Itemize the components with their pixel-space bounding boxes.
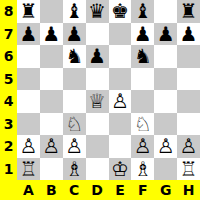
square-b2[interactable]: ♙ [40,135,63,158]
square-b8[interactable] [40,0,63,23]
rank-label-2: 2 [0,135,17,158]
square-a6[interactable] [17,45,40,68]
square-c7[interactable]: ♟ [63,23,86,46]
white-pawn-a2: ♙ [19,136,37,156]
white-bishop-c1: ♗ [65,159,83,179]
square-b6[interactable] [40,45,63,68]
square-h2[interactable]: ♙ [177,135,200,158]
black-pawn-d6: ♟ [88,46,106,66]
black-pawn-a7: ♟ [19,24,37,44]
square-d2[interactable] [86,135,109,158]
square-e5[interactable] [109,68,132,91]
square-d6[interactable]: ♟ [86,45,109,68]
black-queen-d8: ♛ [88,1,106,21]
square-f2[interactable]: ♙ [131,135,154,158]
black-knight-f6: ♞ [134,46,152,66]
chess-board: ♜♝♛♚♝♜♟♟♟♟♟♟♞♟♞♕♙♘♘♙♙♙♙♙♙♖♗♔♗♖ [17,0,200,180]
square-b7[interactable]: ♟ [40,23,63,46]
square-d3[interactable] [86,113,109,136]
square-a3[interactable] [17,113,40,136]
black-knight-c6: ♞ [65,46,83,66]
rank-label-5: 5 [0,68,17,91]
black-king-e8: ♚ [111,1,129,21]
square-c5[interactable] [63,68,86,91]
file-label-H: H [177,180,200,200]
square-a2[interactable]: ♙ [17,135,40,158]
black-pawn-f7: ♟ [134,24,152,44]
file-label-E: E [109,180,132,200]
file-label-G: G [154,180,177,200]
file-label-F: F [131,180,154,200]
white-pawn-g2: ♙ [157,136,175,156]
square-e1[interactable]: ♔ [109,158,132,181]
rank-label-4: 4 [0,90,17,113]
square-a1[interactable]: ♖ [17,158,40,181]
square-g8[interactable] [154,0,177,23]
square-b4[interactable] [40,90,63,113]
white-knight-f3: ♘ [134,114,152,134]
square-c3[interactable]: ♘ [63,113,86,136]
white-rook-a1: ♖ [19,159,37,179]
white-king-e1: ♔ [111,159,129,179]
black-pawn-g7: ♟ [157,24,175,44]
square-g2[interactable]: ♙ [154,135,177,158]
black-rook-a8: ♜ [19,1,37,21]
square-h5[interactable] [177,68,200,91]
black-pawn-h7: ♟ [180,24,198,44]
square-f3[interactable]: ♘ [131,113,154,136]
rank-label-8: 8 [0,0,17,23]
square-c1[interactable]: ♗ [63,158,86,181]
white-pawn-c2: ♙ [65,136,83,156]
square-g6[interactable] [154,45,177,68]
white-queen-d4: ♕ [88,91,106,111]
square-a5[interactable] [17,68,40,91]
file-label-C: C [63,180,86,200]
square-d1[interactable] [86,158,109,181]
rank-label-6: 6 [0,45,17,68]
square-h7[interactable]: ♟ [177,23,200,46]
rank-labels: 87654321 [0,0,17,180]
white-rook-h1: ♖ [180,159,198,179]
square-f8[interactable]: ♝ [131,0,154,23]
square-d7[interactable] [86,23,109,46]
square-g5[interactable] [154,68,177,91]
square-f6[interactable]: ♞ [131,45,154,68]
square-h3[interactable] [177,113,200,136]
file-label-B: B [40,180,63,200]
square-e7[interactable] [109,23,132,46]
white-pawn-f2: ♙ [134,136,152,156]
square-h1[interactable]: ♖ [177,158,200,181]
square-e6[interactable] [109,45,132,68]
square-c8[interactable]: ♝ [63,0,86,23]
square-f5[interactable] [131,68,154,91]
file-label-A: A [17,180,40,200]
square-g1[interactable] [154,158,177,181]
square-b5[interactable] [40,68,63,91]
white-knight-c3: ♘ [65,114,83,134]
rank-label-1: 1 [0,158,17,181]
square-h8[interactable]: ♜ [177,0,200,23]
rank-label-3: 3 [0,113,17,136]
square-h6[interactable] [177,45,200,68]
white-bishop-f1: ♗ [134,159,152,179]
black-rook-h8: ♜ [180,1,198,21]
square-d4[interactable]: ♕ [86,90,109,113]
square-f4[interactable] [131,90,154,113]
square-f1[interactable]: ♗ [131,158,154,181]
square-e8[interactable]: ♚ [109,0,132,23]
file-labels: ABCDEFGH [0,180,200,200]
square-e2[interactable] [109,135,132,158]
square-e3[interactable] [109,113,132,136]
white-pawn-e4: ♙ [111,91,129,111]
white-pawn-b2: ♙ [42,136,60,156]
square-d8[interactable]: ♛ [86,0,109,23]
square-a4[interactable] [17,90,40,113]
square-b1[interactable] [40,158,63,181]
square-a7[interactable]: ♟ [17,23,40,46]
square-b3[interactable] [40,113,63,136]
chess-diagram: 87654321 ♜♝♛♚♝♜♟♟♟♟♟♟♞♟♞♕♙♘♘♙♙♙♙♙♙♖♗♔♗♖ … [0,0,200,200]
corner-spacer [0,180,17,200]
square-e4[interactable]: ♙ [109,90,132,113]
square-h4[interactable] [177,90,200,113]
square-c2[interactable]: ♙ [63,135,86,158]
square-g7[interactable]: ♟ [154,23,177,46]
black-bishop-f8: ♝ [134,1,152,21]
white-pawn-h2: ♙ [180,136,198,156]
square-g3[interactable] [154,113,177,136]
square-a8[interactable]: ♜ [17,0,40,23]
square-g4[interactable] [154,90,177,113]
square-d5[interactable] [86,68,109,91]
square-c6[interactable]: ♞ [63,45,86,68]
black-pawn-c7: ♟ [65,24,83,44]
square-f7[interactable]: ♟ [131,23,154,46]
black-bishop-c8: ♝ [65,1,83,21]
file-label-D: D [86,180,109,200]
black-pawn-b7: ♟ [42,24,60,44]
rank-label-7: 7 [0,23,17,46]
square-c4[interactable] [63,90,86,113]
